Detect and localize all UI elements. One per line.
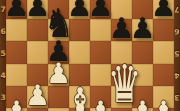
rank-label-4: 4 [174,70,180,81]
rank-label-3: 3 [0,92,6,103]
square-h5[interactable] [153,41,174,63]
black-pawn-g6-piece[interactable]: ♟ [123,15,163,43]
chess-app: 76543 76543 ♟♟♟♟♟♞♟♟♟♟♟♛♟♝♟♟♟ [0,0,180,111]
square-h4[interactable] [153,64,174,86]
rank-label-5: 5 [174,48,180,59]
rank-label-6: 6 [0,26,6,37]
rank-label-3: 3 [174,92,180,103]
rank-label-7: 7 [0,4,6,15]
square-a5[interactable] [6,41,27,63]
rank-label-6: 6 [174,26,180,37]
rank-labels-right: 76543 [174,0,180,111]
rank-label-4: 4 [0,70,6,81]
white-pawn-e2-piece[interactable]: ♟ [81,98,121,111]
rank-labels-left: 76543 [0,0,6,111]
rank-label-7: 7 [174,4,180,15]
rank-label-5: 5 [0,48,6,59]
